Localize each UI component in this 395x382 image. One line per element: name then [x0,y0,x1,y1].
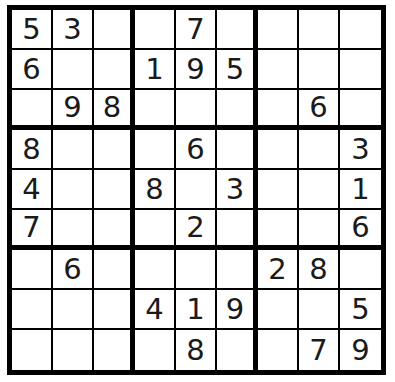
cell-r5c2-empty[interactable] [53,170,94,210]
cell-r3c3-given-8[interactable]: 8 [94,90,135,130]
cell-r6c9-given-6[interactable]: 6 [340,210,381,250]
cell-r6c7-empty[interactable] [258,210,299,250]
cell-r1c9-empty[interactable] [340,10,381,50]
cell-r4c3-empty[interactable] [94,130,135,170]
cell-r2c8-empty[interactable] [299,50,340,90]
cell-r3c1-empty[interactable] [12,90,53,130]
cell-r4c9-given-3[interactable]: 3 [340,130,381,170]
cell-r6c2-empty[interactable] [53,210,94,250]
cell-r4c2-empty[interactable] [53,130,94,170]
cell-r4c5-given-6[interactable]: 6 [176,130,217,170]
cell-r7c5-empty[interactable] [176,250,217,290]
cell-r8c6-given-9[interactable]: 9 [217,290,258,330]
cell-r1c3-empty[interactable] [94,10,135,50]
cell-r8c5-given-1[interactable]: 1 [176,290,217,330]
cell-r1c8-empty[interactable] [299,10,340,50]
cell-r5c1-given-4[interactable]: 4 [12,170,53,210]
cell-r3c4-empty[interactable] [135,90,176,130]
cell-r1c4-empty[interactable] [135,10,176,50]
cell-r3c5-empty[interactable] [176,90,217,130]
cell-r7c1-empty[interactable] [12,250,53,290]
cell-r1c1-given-5[interactable]: 5 [12,10,53,50]
cell-r2c5-given-9[interactable]: 9 [176,50,217,90]
cell-r7c3-empty[interactable] [94,250,135,290]
cell-r7c4-empty[interactable] [135,250,176,290]
cell-r5c3-empty[interactable] [94,170,135,210]
cell-r2c3-empty[interactable] [94,50,135,90]
cell-r8c4-given-4[interactable]: 4 [135,290,176,330]
cell-r6c1-given-7[interactable]: 7 [12,210,53,250]
cell-r5c4-given-8[interactable]: 8 [135,170,176,210]
cell-r2c4-given-1[interactable]: 1 [135,50,176,90]
cell-r9c2-empty[interactable] [53,330,94,370]
cell-r2c1-given-6[interactable]: 6 [12,50,53,90]
cell-r8c7-empty[interactable] [258,290,299,330]
cell-r7c6-empty[interactable] [217,250,258,290]
cell-r1c7-empty[interactable] [258,10,299,50]
cell-r9c4-empty[interactable] [135,330,176,370]
cell-r3c2-given-9[interactable]: 9 [53,90,94,130]
cell-r3c8-given-6[interactable]: 6 [299,90,340,130]
cell-r2c2-empty[interactable] [53,50,94,90]
cell-r8c2-empty[interactable] [53,290,94,330]
cell-r7c8-given-8[interactable]: 8 [299,250,340,290]
cell-r9c9-given-9[interactable]: 9 [340,330,381,370]
cell-r6c6-empty[interactable] [217,210,258,250]
cell-r9c1-empty[interactable] [12,330,53,370]
cell-r5c5-empty[interactable] [176,170,217,210]
cell-r8c1-empty[interactable] [12,290,53,330]
cell-r3c9-empty[interactable] [340,90,381,130]
cell-r4c7-empty[interactable] [258,130,299,170]
cell-r3c6-empty[interactable] [217,90,258,130]
cell-r4c6-empty[interactable] [217,130,258,170]
cell-r7c7-given-2[interactable]: 2 [258,250,299,290]
cell-r7c2-given-6[interactable]: 6 [53,250,94,290]
cell-r8c3-empty[interactable] [94,290,135,330]
cell-r7c9-empty[interactable] [340,250,381,290]
cell-r2c6-given-5[interactable]: 5 [217,50,258,90]
cell-r6c4-empty[interactable] [135,210,176,250]
cell-r9c7-empty[interactable] [258,330,299,370]
cell-r5c8-empty[interactable] [299,170,340,210]
cell-r9c6-empty[interactable] [217,330,258,370]
cell-r1c5-given-7[interactable]: 7 [176,10,217,50]
cell-r4c4-empty[interactable] [135,130,176,170]
cell-r8c9-given-5[interactable]: 5 [340,290,381,330]
cell-r6c3-empty[interactable] [94,210,135,250]
cell-r4c8-empty[interactable] [299,130,340,170]
cell-r4c1-given-8[interactable]: 8 [12,130,53,170]
cell-r8c8-empty[interactable] [299,290,340,330]
cell-r5c9-given-1[interactable]: 1 [340,170,381,210]
cell-r9c3-empty[interactable] [94,330,135,370]
cell-r1c6-empty[interactable] [217,10,258,50]
cell-r9c8-given-7[interactable]: 7 [299,330,340,370]
cell-r9c5-given-8[interactable]: 8 [176,330,217,370]
cell-r2c7-empty[interactable] [258,50,299,90]
cell-r5c6-given-3[interactable]: 3 [217,170,258,210]
cell-r5c7-empty[interactable] [258,170,299,210]
cell-r3c7-empty[interactable] [258,90,299,130]
cell-r2c9-empty[interactable] [340,50,381,90]
cell-r6c5-given-2[interactable]: 2 [176,210,217,250]
sudoku-board: 537619598686348317266284195879 [7,5,386,375]
cell-r1c2-given-3[interactable]: 3 [53,10,94,50]
cell-r6c8-empty[interactable] [299,210,340,250]
